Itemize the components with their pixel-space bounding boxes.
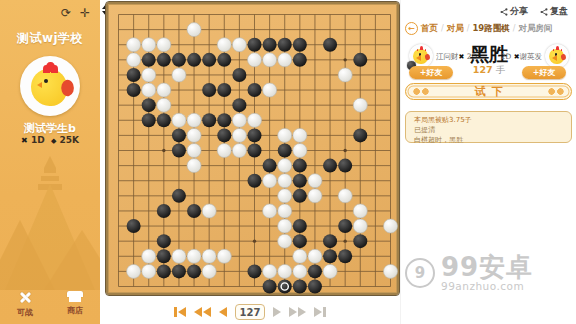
black-stone bbox=[202, 113, 216, 127]
share-label: 分享 bbox=[510, 5, 528, 18]
white-stone bbox=[353, 204, 367, 218]
black-stone bbox=[127, 83, 141, 97]
white-stone bbox=[248, 53, 262, 67]
komi-line: 本局黑被贴3.75子 bbox=[414, 115, 563, 125]
last-move-button[interactable] bbox=[314, 307, 326, 317]
black-stone bbox=[323, 249, 337, 263]
crossed-swords-icon bbox=[17, 291, 33, 305]
black-stone bbox=[308, 264, 322, 278]
black-stone bbox=[202, 83, 216, 97]
result-reason-line: 白棋超时，黑胜 bbox=[414, 135, 563, 145]
white-stone bbox=[293, 144, 307, 158]
black-stone bbox=[142, 113, 156, 127]
white-stone bbox=[293, 264, 307, 278]
fast-forward-button[interactable] bbox=[289, 307, 306, 317]
black-stone bbox=[353, 234, 367, 248]
black-stone bbox=[293, 38, 307, 52]
move-icon[interactable]: ✛ bbox=[80, 7, 90, 19]
white-stone bbox=[142, 83, 156, 97]
watermark: 9 99安卓 99anzhuo.com bbox=[405, 254, 533, 292]
white-stone bbox=[172, 113, 186, 127]
white-stone bbox=[187, 159, 201, 173]
review-label: 复盘 bbox=[550, 5, 568, 18]
result-info-box: 本局黑被贴3.75子 已提清 白棋超时，黑胜 bbox=[405, 111, 572, 143]
black-stone bbox=[323, 38, 337, 52]
white-stone bbox=[293, 249, 307, 263]
fast-backward-button[interactable] bbox=[194, 307, 211, 317]
black-stone bbox=[187, 204, 201, 218]
white-stone bbox=[278, 264, 292, 278]
black-stone bbox=[232, 68, 246, 82]
black-stone bbox=[187, 264, 201, 278]
black-stone bbox=[217, 53, 231, 67]
breadcrumb-19x19[interactable]: 19路围棋 bbox=[472, 23, 509, 35]
white-stone bbox=[308, 189, 322, 203]
white-stone bbox=[263, 174, 277, 188]
black-stone bbox=[353, 128, 367, 142]
white-stone bbox=[127, 38, 141, 52]
black-stone bbox=[293, 219, 307, 233]
breadcrumb-room: 对局房间 bbox=[518, 23, 552, 35]
share-icon bbox=[500, 8, 508, 16]
black-stone bbox=[293, 280, 307, 294]
white-stone bbox=[338, 68, 352, 82]
white-stone bbox=[278, 189, 292, 203]
avatar[interactable] bbox=[20, 56, 80, 116]
white-stone bbox=[384, 219, 398, 233]
white-stone bbox=[248, 113, 262, 127]
white-stone bbox=[308, 249, 322, 263]
white-stone bbox=[278, 159, 292, 173]
white-stone bbox=[232, 38, 246, 52]
review-icon bbox=[540, 8, 548, 16]
white-stone bbox=[232, 113, 246, 127]
battle-button[interactable]: 可战 bbox=[17, 291, 33, 318]
black-stone bbox=[157, 264, 171, 278]
black-stone bbox=[232, 98, 246, 112]
sidebar: ⟳ ✛ 测试wj学校 测试学生b ✖ 1D ◆ 25K bbox=[0, 0, 100, 324]
black-stone bbox=[157, 249, 171, 263]
black-stone bbox=[248, 128, 262, 142]
student-stats: ✖ 1D ◆ 25K bbox=[0, 135, 100, 145]
add-friend-button-black[interactable]: +好友 bbox=[409, 66, 453, 79]
shop-button[interactable]: 商店 bbox=[67, 291, 83, 318]
black-stone bbox=[217, 128, 231, 142]
white-stone bbox=[384, 264, 398, 278]
battle-label: 可战 bbox=[17, 307, 33, 318]
black-stone bbox=[172, 264, 186, 278]
shop-label: 商店 bbox=[67, 305, 83, 316]
white-stone bbox=[157, 98, 171, 112]
student-coins: 25K bbox=[59, 135, 79, 145]
white-stone bbox=[278, 53, 292, 67]
black-stone bbox=[263, 38, 277, 52]
black-stone bbox=[172, 128, 186, 142]
white-stone bbox=[278, 204, 292, 218]
black-stone bbox=[157, 53, 171, 67]
previous-move-button[interactable] bbox=[219, 307, 227, 317]
white-stone bbox=[323, 264, 337, 278]
shop-icon bbox=[67, 291, 83, 303]
add-friend-button-white[interactable]: +好友 bbox=[522, 66, 566, 79]
share-button[interactable]: 分享 bbox=[500, 5, 528, 18]
black-stone bbox=[127, 219, 141, 233]
white-stone bbox=[353, 98, 367, 112]
white-stone bbox=[157, 38, 171, 52]
black-stone bbox=[278, 144, 292, 158]
white-stone bbox=[127, 264, 141, 278]
black-stone bbox=[172, 144, 186, 158]
white-stone bbox=[142, 249, 156, 263]
go-board[interactable] bbox=[106, 2, 399, 295]
black-stone bbox=[202, 53, 216, 67]
chicken-avatar-icon bbox=[545, 44, 569, 68]
black-stone bbox=[248, 83, 262, 97]
next-move-button[interactable] bbox=[273, 307, 281, 317]
student-name: 测试学生b bbox=[0, 121, 100, 136]
student-rank: 1D bbox=[31, 135, 45, 145]
try-moves-button[interactable]: 试下 bbox=[405, 83, 572, 100]
board-area: 127 bbox=[100, 0, 400, 324]
white-stone bbox=[232, 128, 246, 142]
white-stone bbox=[187, 128, 201, 142]
white-stone bbox=[308, 174, 322, 188]
white-stone bbox=[217, 38, 231, 52]
black-stone bbox=[142, 98, 156, 112]
diamond-icon: ◆ bbox=[51, 137, 56, 145]
white-stone bbox=[263, 53, 277, 67]
white-stone bbox=[172, 68, 186, 82]
white-stone bbox=[338, 189, 352, 203]
black-stone bbox=[308, 280, 322, 294]
black-stone bbox=[263, 159, 277, 173]
white-player-name: 2D ✖谢英发 bbox=[501, 52, 542, 62]
black-stone bbox=[293, 174, 307, 188]
white-stone bbox=[353, 219, 367, 233]
white-stone bbox=[263, 204, 277, 218]
black-stone bbox=[157, 113, 171, 127]
x-mark-icon: ✖ bbox=[21, 136, 28, 145]
black-stone bbox=[127, 68, 141, 82]
black-stone bbox=[142, 53, 156, 67]
white-stone bbox=[263, 83, 277, 97]
review-button[interactable]: 复盘 bbox=[540, 5, 568, 18]
black-stone bbox=[217, 113, 231, 127]
black-stone bbox=[248, 38, 262, 52]
watermark-url: 99anzhuo.com bbox=[441, 280, 533, 292]
black-stone bbox=[217, 83, 231, 97]
white-stone bbox=[202, 249, 216, 263]
black-stone bbox=[323, 234, 337, 248]
first-move-button[interactable] bbox=[174, 307, 186, 317]
black-stone bbox=[353, 53, 367, 67]
white-stone bbox=[278, 219, 292, 233]
black-stone bbox=[157, 234, 171, 248]
white-stone bbox=[263, 264, 277, 278]
move-number-box[interactable]: 127 bbox=[235, 304, 266, 320]
white-stone bbox=[278, 128, 292, 142]
chicken-avatar-icon bbox=[20, 56, 80, 116]
black-stone bbox=[278, 280, 292, 294]
watermark-logo-icon: 9 bbox=[405, 258, 435, 288]
watermark-brand: 99安卓 bbox=[441, 254, 533, 280]
black-stone bbox=[293, 53, 307, 67]
white-stone bbox=[127, 53, 141, 67]
white-stone bbox=[187, 144, 201, 158]
captures-line: 已提清 bbox=[414, 125, 563, 135]
black-stone bbox=[172, 53, 186, 67]
black-stone bbox=[248, 264, 262, 278]
white-stone bbox=[202, 264, 216, 278]
playback-controls: 127 bbox=[100, 304, 400, 320]
breadcrumb: ← 首页 / 对局 / 19路围棋 / 对局房间 bbox=[405, 22, 552, 35]
breadcrumb-games[interactable]: 对局 bbox=[447, 23, 464, 35]
white-stone bbox=[278, 234, 292, 248]
white-player-avatar[interactable] bbox=[545, 44, 569, 68]
black-stone bbox=[263, 280, 277, 294]
white-stone bbox=[293, 128, 307, 142]
white-stone bbox=[217, 144, 231, 158]
white-stone bbox=[217, 249, 231, 263]
black-stone bbox=[293, 189, 307, 203]
white-stone bbox=[278, 174, 292, 188]
breadcrumb-home[interactable]: 首页 bbox=[421, 23, 438, 35]
black-stone bbox=[157, 204, 171, 218]
black-stone bbox=[278, 38, 292, 52]
white-stone bbox=[232, 144, 246, 158]
black-stone bbox=[293, 234, 307, 248]
black-stone bbox=[248, 174, 262, 188]
black-stone bbox=[187, 53, 201, 67]
white-stone bbox=[172, 249, 186, 263]
white-stone bbox=[202, 204, 216, 218]
app-window: ⟳ ✛ 测试wj学校 测试学生b ✖ 1D ◆ 25K bbox=[0, 0, 576, 324]
black-stone bbox=[248, 144, 262, 158]
right-panel: 分享 复盘 ← 首页 / 对局 / 19路围棋 / 对局房间 bbox=[400, 0, 576, 324]
black-stone bbox=[172, 189, 186, 203]
school-name: 测试wj学校 bbox=[0, 30, 100, 47]
white-stone bbox=[187, 249, 201, 263]
white-stone bbox=[157, 83, 171, 97]
back-button[interactable]: ← bbox=[405, 22, 418, 35]
white-stone bbox=[187, 23, 201, 37]
white-stone bbox=[187, 113, 201, 127]
white-stone bbox=[142, 38, 156, 52]
black-stone bbox=[293, 159, 307, 173]
mountain-watermark bbox=[0, 150, 100, 290]
white-stone bbox=[142, 264, 156, 278]
black-stone bbox=[323, 159, 337, 173]
black-stone bbox=[338, 249, 352, 263]
white-stone bbox=[142, 68, 156, 82]
black-stone bbox=[338, 219, 352, 233]
black-stone bbox=[338, 159, 352, 173]
refresh-icon[interactable]: ⟳ bbox=[61, 7, 71, 19]
